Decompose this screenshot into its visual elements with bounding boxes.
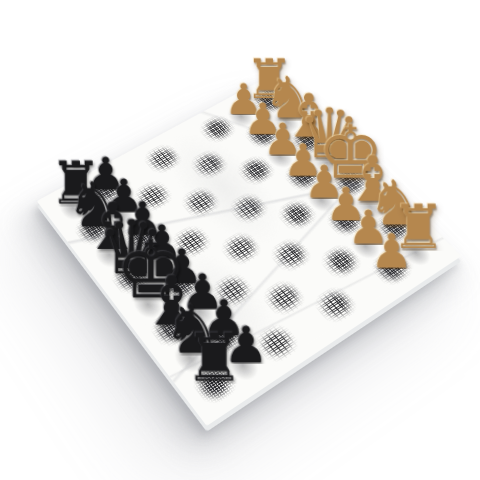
piece-black-rook-h8[interactable]: ♜ bbox=[167, 286, 260, 388]
board-tilt-plane: ♜♞♝♛♚♝♞♜♟♟♟♟♟♟♟♟♟♟♟♟♟♟♟♟♜♞♝♛♚♝♞♜ bbox=[37, 73, 462, 426]
square-h2[interactable]: ♟ bbox=[366, 247, 417, 289]
page-root: ♜♞♝♛♚♝♞♜♟♟♟♟♟♟♟♟♟♟♟♟♟♟♟♟♜♞♝♛♚♝♞♜ bbox=[0, 0, 480, 480]
chess-scene: ♜♞♝♛♚♝♞♜♟♟♟♟♟♟♟♟♟♟♟♟♟♟♟♟♜♞♝♛♚♝♞♜ bbox=[93, 76, 397, 380]
chess-board: ♜♞♝♛♚♝♞♜♟♟♟♟♟♟♟♟♟♟♟♟♟♟♟♟♜♞♝♛♚♝♞♜ bbox=[37, 73, 462, 426]
pawn-glyph: ♟ bbox=[370, 229, 412, 273]
piece-gold-pawn-h2[interactable]: ♟ bbox=[348, 178, 434, 273]
rook-glyph: ♜ bbox=[184, 327, 244, 388]
square-h8[interactable]: ♜ bbox=[188, 359, 242, 408]
